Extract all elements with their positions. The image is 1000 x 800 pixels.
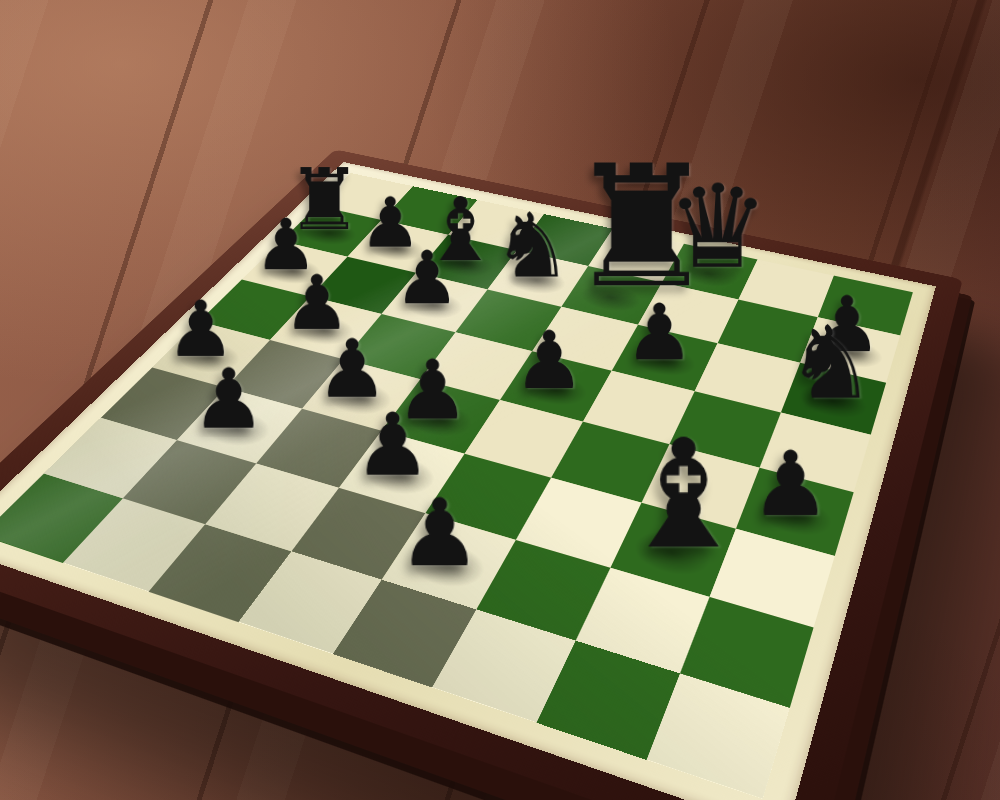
- piece-black-bishop[interactable]: ♝: [616, 426, 718, 564]
- piece-black-pawn[interactable]: ♟: [741, 443, 839, 525]
- piece-black-pawn[interactable]: ♟: [183, 361, 274, 437]
- square-h6[interactable]: ♞: [781, 363, 886, 435]
- square-f1[interactable]: [432, 609, 576, 722]
- piece-black-pawn[interactable]: ♟: [345, 405, 440, 485]
- piece-black-pawn[interactable]: ♟: [388, 490, 491, 576]
- piece-black-pawn[interactable]: ♟: [387, 244, 468, 311]
- piece-black-knight[interactable]: ♞: [492, 205, 571, 287]
- piece-black-rook[interactable]: ♜: [566, 150, 646, 305]
- piece-black-knight[interactable]: ♞: [786, 317, 875, 410]
- wooden-table: ♛♜♟♝♞♜♟♟♟♟♞♟♟♟♟♟♟♟♟♝♟: [0, 0, 1000, 800]
- piece-black-pawn[interactable]: ♟: [617, 297, 702, 368]
- piece-black-pawn[interactable]: ♟: [505, 324, 593, 397]
